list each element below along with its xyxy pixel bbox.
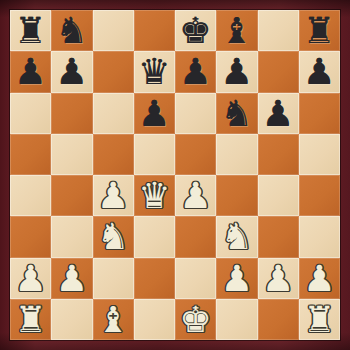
square-b7[interactable]: ♟ bbox=[51, 51, 92, 92]
square-a4[interactable] bbox=[10, 175, 51, 216]
square-b5[interactable] bbox=[51, 134, 92, 175]
square-d3[interactable] bbox=[134, 216, 175, 257]
black-pawn[interactable]: ♟ bbox=[56, 51, 88, 92]
white-pawn[interactable]: ♟ bbox=[14, 258, 46, 299]
square-c6[interactable] bbox=[93, 93, 134, 134]
square-a6[interactable] bbox=[10, 93, 51, 134]
white-pawn[interactable]: ♟ bbox=[303, 258, 335, 299]
black-pawn[interactable]: ♟ bbox=[14, 51, 46, 92]
square-g8[interactable] bbox=[258, 10, 299, 51]
black-rook[interactable]: ♜ bbox=[303, 10, 335, 51]
black-knight[interactable]: ♞ bbox=[221, 93, 253, 134]
square-e7[interactable]: ♟ bbox=[175, 51, 216, 92]
square-g5[interactable] bbox=[258, 134, 299, 175]
chess-board-frame: ♜♞♚♝♜♟♟♛♟♟♟♟♞♟♟♛♟♞♞♟♟♟♟♟♜♝♚♜ bbox=[0, 0, 350, 350]
square-f8[interactable]: ♝ bbox=[216, 10, 257, 51]
square-e5[interactable] bbox=[175, 134, 216, 175]
square-d1[interactable] bbox=[134, 299, 175, 340]
black-pawn[interactable]: ♟ bbox=[262, 93, 294, 134]
square-d4[interactable]: ♛ bbox=[134, 175, 175, 216]
square-e6[interactable] bbox=[175, 93, 216, 134]
square-f1[interactable] bbox=[216, 299, 257, 340]
square-e8[interactable]: ♚ bbox=[175, 10, 216, 51]
black-rook[interactable]: ♜ bbox=[14, 10, 46, 51]
square-g7[interactable] bbox=[258, 51, 299, 92]
square-f6[interactable]: ♞ bbox=[216, 93, 257, 134]
square-e4[interactable]: ♟ bbox=[175, 175, 216, 216]
white-pawn[interactable]: ♟ bbox=[179, 175, 211, 216]
black-bishop[interactable]: ♝ bbox=[221, 10, 253, 51]
square-g4[interactable] bbox=[258, 175, 299, 216]
square-g6[interactable]: ♟ bbox=[258, 93, 299, 134]
square-e1[interactable]: ♚ bbox=[175, 299, 216, 340]
square-a2[interactable]: ♟ bbox=[10, 258, 51, 299]
square-d2[interactable] bbox=[134, 258, 175, 299]
square-c2[interactable] bbox=[93, 258, 134, 299]
square-h6[interactable] bbox=[299, 93, 340, 134]
square-d7[interactable]: ♛ bbox=[134, 51, 175, 92]
square-b8[interactable]: ♞ bbox=[51, 10, 92, 51]
square-h1[interactable]: ♜ bbox=[299, 299, 340, 340]
square-h8[interactable]: ♜ bbox=[299, 10, 340, 51]
square-e2[interactable] bbox=[175, 258, 216, 299]
square-b6[interactable] bbox=[51, 93, 92, 134]
square-f2[interactable]: ♟ bbox=[216, 258, 257, 299]
white-bishop[interactable]: ♝ bbox=[97, 299, 129, 340]
square-c1[interactable]: ♝ bbox=[93, 299, 134, 340]
black-king[interactable]: ♚ bbox=[179, 10, 211, 51]
square-h3[interactable] bbox=[299, 216, 340, 257]
square-c7[interactable] bbox=[93, 51, 134, 92]
square-c3[interactable]: ♞ bbox=[93, 216, 134, 257]
black-pawn[interactable]: ♟ bbox=[179, 51, 211, 92]
white-pawn[interactable]: ♟ bbox=[221, 258, 253, 299]
black-knight[interactable]: ♞ bbox=[56, 10, 88, 51]
white-pawn[interactable]: ♟ bbox=[97, 175, 129, 216]
square-b4[interactable] bbox=[51, 175, 92, 216]
black-pawn[interactable]: ♟ bbox=[221, 51, 253, 92]
square-c8[interactable] bbox=[93, 10, 134, 51]
square-f5[interactable] bbox=[216, 134, 257, 175]
square-c4[interactable]: ♟ bbox=[93, 175, 134, 216]
white-pawn[interactable]: ♟ bbox=[56, 258, 88, 299]
square-a3[interactable] bbox=[10, 216, 51, 257]
square-h7[interactable]: ♟ bbox=[299, 51, 340, 92]
white-queen[interactable]: ♛ bbox=[138, 175, 170, 216]
white-rook[interactable]: ♜ bbox=[303, 299, 335, 340]
black-queen[interactable]: ♛ bbox=[138, 51, 170, 92]
square-f4[interactable] bbox=[216, 175, 257, 216]
square-b3[interactable] bbox=[51, 216, 92, 257]
square-h2[interactable]: ♟ bbox=[299, 258, 340, 299]
square-h5[interactable] bbox=[299, 134, 340, 175]
white-rook[interactable]: ♜ bbox=[14, 299, 46, 340]
chess-board: ♜♞♚♝♜♟♟♛♟♟♟♟♞♟♟♛♟♞♞♟♟♟♟♟♜♝♚♜ bbox=[10, 10, 340, 340]
square-e3[interactable] bbox=[175, 216, 216, 257]
square-c5[interactable] bbox=[93, 134, 134, 175]
square-g2[interactable]: ♟ bbox=[258, 258, 299, 299]
square-d6[interactable]: ♟ bbox=[134, 93, 175, 134]
square-f7[interactable]: ♟ bbox=[216, 51, 257, 92]
square-b1[interactable] bbox=[51, 299, 92, 340]
square-a5[interactable] bbox=[10, 134, 51, 175]
black-pawn[interactable]: ♟ bbox=[138, 93, 170, 134]
black-pawn[interactable]: ♟ bbox=[303, 51, 335, 92]
square-f3[interactable]: ♞ bbox=[216, 216, 257, 257]
square-a1[interactable]: ♜ bbox=[10, 299, 51, 340]
square-d5[interactable] bbox=[134, 134, 175, 175]
square-a8[interactable]: ♜ bbox=[10, 10, 51, 51]
white-pawn[interactable]: ♟ bbox=[262, 258, 294, 299]
square-g1[interactable] bbox=[258, 299, 299, 340]
square-h4[interactable] bbox=[299, 175, 340, 216]
white-knight[interactable]: ♞ bbox=[97, 216, 129, 257]
square-g3[interactable] bbox=[258, 216, 299, 257]
white-king[interactable]: ♚ bbox=[179, 299, 211, 340]
square-d8[interactable] bbox=[134, 10, 175, 51]
white-knight[interactable]: ♞ bbox=[221, 216, 253, 257]
square-b2[interactable]: ♟ bbox=[51, 258, 92, 299]
square-a7[interactable]: ♟ bbox=[10, 51, 51, 92]
